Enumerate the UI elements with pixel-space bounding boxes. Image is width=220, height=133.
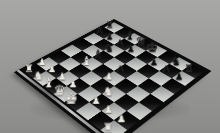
white-bishop[interactable]: ♝: [80, 55, 94, 67]
black-pawn[interactable]: ♟: [172, 72, 186, 81]
black-king[interactable]: ♚: [146, 40, 159, 53]
white-rook[interactable]: ♜: [100, 123, 117, 133]
chessboard-scene: ♜♝♛♚♞♜♟♟♟♟♟♟♟♞♝♟♝♟♞♟♟♟♟♟♟♟♜♞♝♛♚♜: [0, 0, 220, 133]
white-pawn[interactable]: ♟: [66, 80, 81, 89]
black-pawn[interactable]: ♟: [124, 45, 137, 54]
scene-background: ♜♝♛♚♞♜♟♟♟♟♟♟♟♞♝♟♝♟♞♟♟♟♟♟♟♟♜♞♝♛♚♜: [0, 0, 220, 133]
white-king[interactable]: ♚: [63, 91, 78, 106]
white-pawn[interactable]: ♟: [102, 72, 116, 81]
